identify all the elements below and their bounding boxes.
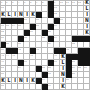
clue-number: 26 (36, 24, 39, 26)
clue-number: 22 (1, 24, 4, 26)
letter-K: K (1, 12, 4, 16)
letter-K: K (85, 30, 88, 35)
clue-number: 28 (1, 30, 4, 32)
clue-number: 67 (48, 84, 51, 86)
clue-number: 43 (1, 54, 4, 56)
clue-number: 62 (72, 72, 75, 74)
clue-number: 31 (1, 36, 4, 38)
clue-number: 33 (42, 36, 45, 38)
clue-number: 38 (72, 42, 75, 44)
clue-number: 2 (6, 1, 7, 3)
clue-number: 12 (72, 1, 75, 3)
clue-number: 34 (54, 36, 57, 38)
letter-I: I (14, 78, 16, 83)
clue-number: 7 (36, 1, 37, 3)
clue-number: 52 (72, 60, 75, 62)
clue-number: 53 (1, 66, 4, 68)
letter-I: I (86, 12, 88, 16)
clue-number: 59 (84, 66, 87, 68)
letter-K: K (85, 1, 88, 6)
clue-number: 42 (66, 48, 69, 50)
clue-number: 35 (6, 42, 9, 44)
clue-number: 20 (36, 18, 39, 20)
letter-L: L (7, 12, 10, 16)
clue-number: 61 (48, 72, 51, 74)
clue-number: 47 (54, 54, 57, 56)
clue-number: 44 (6, 54, 9, 56)
clue-number: 60 (1, 72, 4, 74)
clue-number: 24 (12, 24, 15, 26)
crossword-grid: 1234567891011121314K1516L17KLINIK18I1920… (0, 0, 90, 90)
clue-number: 3 (12, 1, 13, 3)
letter-K: K (31, 12, 34, 16)
clue-number: 50 (24, 60, 27, 62)
letter-I: I (14, 12, 16, 16)
clue-number: 5 (24, 1, 25, 3)
letter-N: N (19, 12, 23, 16)
clue-number: 45 (12, 54, 15, 56)
letter-N: N (61, 72, 65, 77)
letter-K: K (61, 84, 64, 89)
clue-number: 36 (18, 42, 21, 44)
clue-number: 55 (42, 66, 45, 68)
clue-number: 21 (60, 18, 63, 20)
clue-number: 32 (24, 36, 27, 38)
letter-I: I (86, 24, 88, 29)
clue-number: 6 (30, 1, 31, 3)
clue-number: 15 (1, 6, 4, 8)
letter-K: K (31, 78, 34, 83)
clue-number: 13 (78, 1, 81, 3)
letter-N: N (85, 18, 89, 23)
letter-I: I (62, 66, 64, 71)
letter-K: K (1, 78, 4, 83)
clue-number: 23 (6, 24, 9, 26)
clue-number: 4 (18, 1, 19, 3)
clue-number: 54 (18, 66, 21, 68)
clue-number: 27 (54, 24, 57, 26)
clue-number: 41 (36, 48, 39, 50)
clue-number: 29 (30, 30, 33, 32)
clue-number: 37 (48, 42, 51, 44)
clue-number: 49 (1, 60, 4, 62)
clue-number: 58 (78, 66, 81, 68)
clue-number: 1 (1, 1, 2, 3)
clue-number: 19 (24, 18, 27, 20)
letter-I: I (26, 78, 28, 83)
letter-N: N (19, 78, 23, 83)
grid-cell[interactable] (84, 84, 90, 90)
clue-number: 66 (1, 84, 4, 86)
clue-number: 9 (54, 1, 55, 3)
clue-number: 10 (60, 1, 63, 3)
clue-number: 40 (18, 48, 21, 50)
clue-number: 46 (30, 54, 33, 56)
clue-number: 65 (66, 78, 69, 80)
clue-number: 51 (54, 60, 57, 62)
clue-number: 25 (18, 24, 21, 26)
clue-number: 8 (42, 1, 43, 3)
letter-K: K (61, 54, 64, 59)
clue-number: 16 (54, 6, 57, 8)
clue-number: 11 (66, 1, 69, 3)
clue-number: 39 (1, 48, 4, 50)
letter-I: I (62, 78, 64, 83)
letter-L: L (7, 78, 10, 83)
clue-number: 30 (48, 30, 51, 32)
letter-L: L (61, 60, 64, 65)
clue-number: 64 (42, 78, 45, 80)
clue-number: 18 (54, 12, 57, 14)
clue-number: 56 (48, 66, 51, 68)
letter-L: L (85, 6, 88, 11)
letter-I: I (26, 12, 28, 16)
clue-number: 57 (72, 66, 75, 68)
